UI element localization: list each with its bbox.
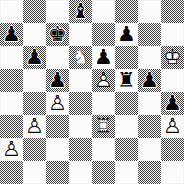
square-c2[interactable] <box>46 138 69 161</box>
square-h7[interactable] <box>161 23 184 46</box>
black-pawn-icon: ♟ <box>115 23 138 46</box>
square-h1[interactable] <box>161 161 184 184</box>
square-g1[interactable] <box>138 161 161 184</box>
square-b3[interactable]: ♟♙ <box>23 115 46 138</box>
piece-black-rook: ♜ <box>115 69 138 92</box>
piece-black-pawn: ♟ <box>46 69 69 92</box>
black-pawn-icon: ♟ <box>92 46 115 69</box>
white-king-outline-icon: ♔ <box>161 46 184 69</box>
square-d2[interactable] <box>69 138 92 161</box>
square-b2[interactable] <box>23 138 46 161</box>
square-f4[interactable] <box>115 92 138 115</box>
square-e1[interactable] <box>92 161 115 184</box>
square-a6[interactable] <box>0 46 23 69</box>
piece-black-pawn: ♟ <box>115 23 138 46</box>
piece-white-knight: ♞♘ <box>69 46 92 69</box>
square-c1[interactable] <box>46 161 69 184</box>
black-bishop-icon: ♝ <box>69 0 92 23</box>
square-e6[interactable]: ♟ <box>92 46 115 69</box>
square-h6[interactable]: ♚♔ <box>161 46 184 69</box>
square-a7[interactable]: ♟ <box>0 23 23 46</box>
square-b5[interactable] <box>23 69 46 92</box>
piece-black-pawn: ♟ <box>138 69 161 92</box>
square-a3[interactable] <box>0 115 23 138</box>
square-g3[interactable] <box>138 115 161 138</box>
black-king-icon: ♚ <box>46 23 69 46</box>
white-pawn-outline-icon: ♙ <box>92 69 115 92</box>
piece-white-rook: ♜♖ <box>92 115 115 138</box>
square-c5[interactable]: ♟ <box>46 69 69 92</box>
square-c3[interactable] <box>46 115 69 138</box>
square-f5[interactable]: ♜ <box>115 69 138 92</box>
square-a4[interactable] <box>0 92 23 115</box>
square-e8[interactable] <box>92 0 115 23</box>
square-g2[interactable] <box>138 138 161 161</box>
square-e5[interactable]: ♟♙ <box>92 69 115 92</box>
square-h4[interactable]: ♟ <box>161 92 184 115</box>
square-f7[interactable]: ♟ <box>115 23 138 46</box>
white-pawn-outline-icon: ♙ <box>23 115 46 138</box>
white-pawn-outline-icon: ♙ <box>46 92 69 115</box>
square-b8[interactable] <box>23 0 46 23</box>
piece-white-pawn: ♟♙ <box>92 69 115 92</box>
square-d1[interactable] <box>69 161 92 184</box>
square-a1[interactable] <box>0 161 23 184</box>
black-pawn-icon: ♟ <box>23 46 46 69</box>
chess-board: ♝♟♚♟♟♞♘♟♚♔♟♟♙♜♟♟♙♟♟♙♜♖♟♙♟♙ <box>0 0 184 184</box>
piece-black-bishop: ♝ <box>69 0 92 23</box>
piece-black-pawn: ♟ <box>161 92 184 115</box>
square-d6[interactable]: ♞♘ <box>69 46 92 69</box>
square-h2[interactable] <box>161 138 184 161</box>
square-e2[interactable] <box>92 138 115 161</box>
piece-white-king: ♚♔ <box>161 46 184 69</box>
square-f2[interactable] <box>115 138 138 161</box>
square-d3[interactable] <box>69 115 92 138</box>
black-rook-icon: ♜ <box>115 69 138 92</box>
square-b6[interactable]: ♟ <box>23 46 46 69</box>
white-rook-outline-icon: ♖ <box>92 115 115 138</box>
square-a8[interactable] <box>0 0 23 23</box>
square-g7[interactable] <box>138 23 161 46</box>
square-c6[interactable] <box>46 46 69 69</box>
square-b4[interactable] <box>23 92 46 115</box>
piece-white-pawn: ♟♙ <box>161 115 184 138</box>
square-c8[interactable] <box>46 0 69 23</box>
square-b1[interactable] <box>23 161 46 184</box>
square-a5[interactable] <box>0 69 23 92</box>
square-h5[interactable] <box>161 69 184 92</box>
square-c4[interactable]: ♟♙ <box>46 92 69 115</box>
square-d7[interactable] <box>69 23 92 46</box>
square-a2[interactable]: ♟♙ <box>0 138 23 161</box>
white-knight-outline-icon: ♘ <box>69 46 92 69</box>
square-d5[interactable] <box>69 69 92 92</box>
square-g5[interactable]: ♟ <box>138 69 161 92</box>
piece-black-pawn: ♟ <box>23 46 46 69</box>
square-e3[interactable]: ♜♖ <box>92 115 115 138</box>
black-pawn-icon: ♟ <box>46 69 69 92</box>
square-e4[interactable] <box>92 92 115 115</box>
square-g4[interactable] <box>138 92 161 115</box>
square-h8[interactable] <box>161 0 184 23</box>
square-c7[interactable]: ♚ <box>46 23 69 46</box>
piece-black-king: ♚ <box>46 23 69 46</box>
square-h3[interactable]: ♟♙ <box>161 115 184 138</box>
square-f1[interactable] <box>115 161 138 184</box>
piece-white-pawn: ♟♙ <box>0 138 23 161</box>
square-g6[interactable] <box>138 46 161 69</box>
white-pawn-outline-icon: ♙ <box>0 138 23 161</box>
piece-white-pawn: ♟♙ <box>23 115 46 138</box>
square-g8[interactable] <box>138 0 161 23</box>
piece-black-pawn: ♟ <box>0 23 23 46</box>
square-f3[interactable] <box>115 115 138 138</box>
square-e7[interactable] <box>92 23 115 46</box>
square-d4[interactable] <box>69 92 92 115</box>
white-pawn-outline-icon: ♙ <box>161 115 184 138</box>
square-d8[interactable]: ♝ <box>69 0 92 23</box>
square-b7[interactable] <box>23 23 46 46</box>
piece-black-pawn: ♟ <box>92 46 115 69</box>
piece-white-pawn: ♟♙ <box>46 92 69 115</box>
square-f8[interactable] <box>115 0 138 23</box>
black-pawn-icon: ♟ <box>161 92 184 115</box>
square-f6[interactable] <box>115 46 138 69</box>
black-pawn-icon: ♟ <box>0 23 23 46</box>
black-pawn-icon: ♟ <box>138 69 161 92</box>
